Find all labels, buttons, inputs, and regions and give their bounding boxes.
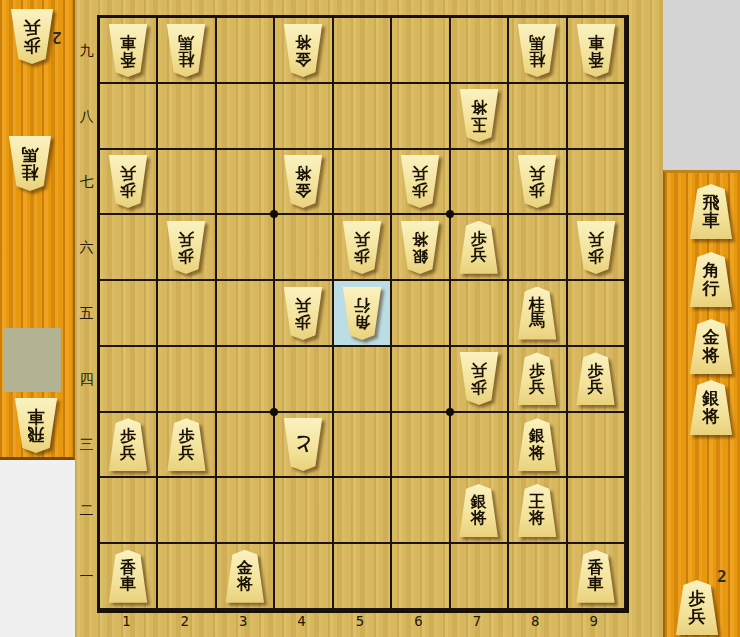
piece-kanji: 歩 — [295, 313, 311, 329]
file-label: 1 — [97, 613, 155, 629]
board-cell[interactable] — [509, 544, 567, 610]
piece-face: 桂馬 — [8, 136, 52, 191]
board-cell[interactable] — [334, 413, 392, 479]
piece-kanji: 飛 — [703, 194, 720, 211]
piece-kanji: 金 — [295, 50, 311, 66]
piece-face: 歩兵 — [166, 221, 206, 274]
board-cell[interactable] — [275, 215, 333, 281]
piece-kanji: 歩 — [471, 379, 487, 395]
board-cell[interactable] — [334, 150, 392, 216]
piece-face: 銀将 — [517, 418, 557, 471]
piece-kanji: 歩 — [412, 182, 428, 198]
file-label: 6 — [389, 613, 447, 629]
file-label: 3 — [214, 613, 272, 629]
board-cell[interactable] — [392, 347, 450, 413]
background-panel-right — [663, 0, 740, 170]
board-cell[interactable] — [392, 281, 450, 347]
file-label: 4 — [272, 613, 330, 629]
piece-kanji: 兵 — [295, 297, 311, 313]
hand-tray-gote: 飛車角行金将銀将歩兵2 — [663, 170, 740, 637]
shogi-piece[interactable]: 飛車 — [689, 184, 733, 239]
shogi-piece[interactable]: 歩兵 — [108, 418, 148, 471]
piece-kanji: 車 — [588, 576, 604, 592]
shogi-grid: 香車桂馬金将桂馬香車玉将歩兵金将歩兵歩兵歩兵歩兵銀将歩兵歩兵歩兵角行桂馬歩兵歩兵… — [97, 15, 629, 613]
piece-kanji: 金 — [703, 329, 720, 346]
board-cell[interactable] — [217, 18, 275, 84]
piece-face: 桂馬 — [166, 24, 206, 77]
piece-kanji: 歩 — [120, 182, 136, 198]
piece-kanji: 桂 — [22, 164, 39, 181]
piece-kanji: 馬 — [529, 34, 545, 50]
piece-face: 香車 — [108, 24, 148, 77]
piece-face: 歩兵 — [459, 352, 499, 405]
board-cell[interactable] — [568, 84, 626, 150]
piece-kanji: 将 — [295, 165, 311, 181]
board-cell[interactable] — [100, 478, 158, 544]
file-label: 8 — [506, 613, 564, 629]
piece-kanji: 兵 — [588, 231, 604, 247]
piece-face: 香車 — [108, 550, 148, 603]
board-cell[interactable] — [451, 150, 509, 216]
board-cell[interactable] — [100, 215, 158, 281]
piece-face: 歩兵 — [517, 352, 557, 405]
piece-kanji: 兵 — [529, 165, 545, 181]
rank-label: 三 — [77, 413, 96, 479]
shogi-piece[interactable]: 桂馬 — [8, 136, 52, 191]
piece-kanji: 桂 — [529, 50, 545, 66]
shogi-piece[interactable]: 金将 — [283, 155, 323, 208]
piece-face: 玉将 — [459, 89, 499, 142]
rank-label: 八 — [77, 84, 96, 150]
piece-kanji: 歩 — [689, 590, 706, 607]
board-cell[interactable] — [217, 413, 275, 479]
piece-face: 桂馬 — [517, 24, 557, 77]
board-cell[interactable] — [158, 84, 216, 150]
board-cell[interactable] — [334, 18, 392, 84]
shogi-piece[interactable]: 金将 — [283, 24, 323, 77]
shogi-piece[interactable]: 歩兵 — [283, 287, 323, 340]
piece-kanji: 将 — [703, 408, 720, 425]
piece-kanji: 行 — [703, 280, 720, 297]
shogi-piece[interactable]: 桂馬 — [166, 24, 206, 77]
shogi-piece[interactable]: 桂馬 — [517, 24, 557, 77]
piece-kanji: 車 — [120, 576, 136, 592]
piece-face: 歩兵 — [166, 418, 206, 471]
board-cell[interactable] — [568, 281, 626, 347]
shogi-piece[interactable]: 金将 — [689, 319, 733, 374]
piece-face: 歩兵 — [10, 9, 54, 64]
piece-kanji: 将 — [529, 510, 545, 526]
piece-face: 金将 — [225, 550, 265, 603]
board-cell[interactable] — [158, 347, 216, 413]
shogi-piece[interactable]: 歩兵 — [459, 221, 499, 274]
shogi-piece[interactable]: 香車 — [108, 24, 148, 77]
board-cell[interactable] — [217, 215, 275, 281]
board-cell[interactable] — [392, 413, 450, 479]
piece-face: 歩兵 — [576, 352, 616, 405]
piece-face: 歩兵 — [342, 221, 382, 274]
rank-label: 六 — [77, 215, 96, 281]
piece-face: と — [283, 418, 323, 471]
piece-kanji: 歩 — [354, 247, 370, 263]
piece-face: 香車 — [576, 24, 616, 77]
rank-label: 七 — [77, 150, 96, 216]
board-cell[interactable] — [217, 347, 275, 413]
piece-face: 香車 — [576, 550, 616, 603]
piece-kanji: 車 — [588, 34, 604, 50]
piece-face: 歩兵 — [576, 221, 616, 274]
shogi-piece[interactable]: 銀将 — [689, 380, 733, 435]
piece-kanji: 銀 — [412, 247, 428, 263]
rank-label: 五 — [77, 281, 96, 347]
piece-kanji: 行 — [354, 297, 370, 313]
board-cell[interactable] — [509, 84, 567, 150]
piece-kanji: 歩 — [24, 37, 41, 54]
shogi-piece[interactable]: 歩兵 — [675, 580, 719, 635]
piece-face: 桂馬 — [517, 287, 557, 340]
shogi-piece[interactable]: 歩兵 — [576, 221, 616, 274]
board-cell[interactable] — [568, 150, 626, 216]
shogi-piece[interactable]: 飛車 — [14, 398, 58, 453]
piece-kanji: 将 — [471, 510, 487, 526]
piece-face: 銀将 — [459, 484, 499, 537]
piece-face: 銀将 — [400, 221, 440, 274]
shogi-board: 九八七六五四三二一 香車桂馬金将桂馬香車玉将歩兵金将歩兵歩兵歩兵歩兵銀将歩兵歩兵… — [75, 0, 663, 637]
board-cell[interactable] — [451, 413, 509, 479]
board-cell[interactable] — [100, 347, 158, 413]
piece-kanji: 桂 — [178, 50, 194, 66]
piece-count-badge: 2 — [717, 567, 727, 586]
piece-kanji: 馬 — [529, 313, 545, 329]
piece-kanji: 歩 — [178, 247, 194, 263]
piece-face: 歩兵 — [108, 418, 148, 471]
piece-face: 歩兵 — [400, 155, 440, 208]
shogi-piece[interactable]: 香車 — [576, 24, 616, 77]
piece-kanji: 馬 — [178, 34, 194, 50]
piece-kanji: 兵 — [120, 445, 136, 461]
piece-kanji: 兵 — [354, 231, 370, 247]
piece-kanji: 玉 — [471, 116, 487, 132]
file-label: 7 — [448, 613, 506, 629]
piece-face: 金将 — [283, 24, 323, 77]
piece-kanji: 将 — [529, 445, 545, 461]
shogi-piece[interactable]: 角行 — [689, 252, 733, 307]
shogi-piece[interactable]: 歩兵 — [459, 352, 499, 405]
rank-label: 九 — [77, 18, 96, 84]
piece-kanji: 角 — [354, 313, 370, 329]
file-label: 5 — [331, 613, 389, 629]
board-cell[interactable] — [217, 150, 275, 216]
shogi-piece[interactable]: 角行 — [342, 287, 382, 340]
board-cell[interactable] — [217, 84, 275, 150]
board-cell[interactable] — [158, 281, 216, 347]
piece-face: 飛車 — [689, 184, 733, 239]
piece-kanji: 将 — [471, 99, 487, 115]
star-point — [270, 408, 278, 416]
rank-labels: 九八七六五四三二一 — [77, 18, 96, 610]
star-point — [446, 408, 454, 416]
piece-kanji: 車 — [703, 212, 720, 229]
piece-kanji: 馬 — [22, 146, 39, 163]
piece-kanji: 銀 — [703, 390, 720, 407]
piece-kanji: 兵 — [412, 165, 428, 181]
board-cell[interactable] — [275, 544, 333, 610]
board-cell[interactable] — [100, 281, 158, 347]
board-cell[interactable] — [275, 84, 333, 150]
piece-kanji: 兵 — [178, 231, 194, 247]
piece-kanji: 兵 — [471, 363, 487, 379]
piece-face: 角行 — [689, 252, 733, 307]
shogi-piece[interactable]: 銀将 — [459, 484, 499, 537]
board-cell[interactable] — [158, 150, 216, 216]
shogi-piece[interactable]: 金将 — [225, 550, 265, 603]
file-label: 2 — [155, 613, 213, 629]
board-cell[interactable] — [392, 84, 450, 150]
piece-kanji: 兵 — [471, 247, 487, 263]
shogi-piece[interactable]: 歩兵 — [166, 221, 206, 274]
board-cell[interactable] — [275, 478, 333, 544]
piece-kanji: 香 — [588, 50, 604, 66]
board-cell[interactable] — [100, 84, 158, 150]
piece-kanji: と — [294, 435, 313, 454]
board-cell[interactable] — [334, 544, 392, 610]
star-point — [270, 210, 278, 218]
hand-tray-sente: 歩兵2桂馬飛車 — [0, 0, 75, 460]
promoted-pawn-piece[interactable]: と — [283, 418, 323, 471]
shogi-piece[interactable]: 歩兵 — [166, 418, 206, 471]
shogi-piece[interactable]: 歩兵 — [400, 155, 440, 208]
piece-kanji: 将 — [412, 231, 428, 247]
piece-kanji: 歩 — [529, 182, 545, 198]
piece-face: 王将 — [517, 484, 557, 537]
shogi-piece[interactable]: 王将 — [517, 484, 557, 537]
piece-kanji: 兵 — [529, 379, 545, 395]
board-cell[interactable] — [158, 544, 216, 610]
board-cell[interactable] — [568, 478, 626, 544]
shogi-piece[interactable]: 歩兵 — [576, 352, 616, 405]
piece-kanji: 兵 — [178, 445, 194, 461]
board-cell[interactable] — [451, 544, 509, 610]
rank-label: 一 — [77, 544, 96, 610]
board-cell[interactable] — [392, 478, 450, 544]
shogi-piece[interactable]: 歩兵 — [10, 9, 54, 64]
file-labels: 123456789 — [97, 613, 629, 629]
piece-kanji: 飛 — [28, 426, 45, 443]
piece-face: 銀将 — [689, 380, 733, 435]
piece-kanji: 兵 — [24, 19, 41, 36]
piece-kanji: 車 — [120, 34, 136, 50]
piece-face: 角行 — [342, 287, 382, 340]
piece-kanji: 歩 — [588, 247, 604, 263]
star-point — [446, 210, 454, 218]
shogi-piece[interactable]: 桂馬 — [517, 287, 557, 340]
shogi-piece[interactable]: 歩兵 — [108, 155, 148, 208]
piece-count-badge: 2 — [52, 28, 62, 47]
piece-face: 歩兵 — [517, 155, 557, 208]
board-cell[interactable] — [275, 347, 333, 413]
board-cell[interactable] — [392, 544, 450, 610]
rank-label: 四 — [77, 347, 96, 413]
selected-hand-slot — [3, 328, 61, 392]
piece-face: 飛車 — [14, 398, 58, 453]
shogi-piece[interactable]: 歩兵 — [517, 155, 557, 208]
board-cell[interactable] — [334, 478, 392, 544]
shogi-piece[interactable]: 歩兵 — [517, 352, 557, 405]
shogi-piece[interactable]: 香車 — [576, 550, 616, 603]
piece-face: 歩兵 — [108, 155, 148, 208]
piece-kanji: 兵 — [588, 379, 604, 395]
piece-kanji: 将 — [703, 347, 720, 364]
file-label: 9 — [565, 613, 623, 629]
board-cell[interactable] — [217, 478, 275, 544]
piece-kanji: 香 — [120, 50, 136, 66]
shogi-piece[interactable]: 銀将 — [517, 418, 557, 471]
piece-kanji: 将 — [295, 34, 311, 50]
piece-kanji: 車 — [28, 408, 45, 425]
board-cell[interactable] — [334, 84, 392, 150]
piece-face: 歩兵 — [283, 287, 323, 340]
shogi-piece[interactable]: 歩兵 — [342, 221, 382, 274]
board-cell[interactable] — [451, 281, 509, 347]
piece-face: 歩兵 — [459, 221, 499, 274]
piece-face: 歩兵 — [675, 580, 719, 635]
board-cell[interactable] — [158, 478, 216, 544]
board-cell[interactable] — [568, 413, 626, 479]
piece-kanji: 兵 — [689, 608, 706, 625]
piece-kanji: 金 — [295, 182, 311, 198]
board-cell[interactable] — [392, 18, 450, 84]
board-cell[interactable] — [451, 18, 509, 84]
shogi-piece[interactable]: 香車 — [108, 550, 148, 603]
piece-face: 金将 — [689, 319, 733, 374]
shogi-piece[interactable]: 銀将 — [400, 221, 440, 274]
piece-face: 金将 — [283, 155, 323, 208]
board-cell[interactable] — [217, 281, 275, 347]
piece-kanji: 角 — [703, 262, 720, 279]
piece-kanji: 将 — [237, 576, 253, 592]
board-cell[interactable] — [509, 215, 567, 281]
piece-kanji: 兵 — [120, 165, 136, 181]
rank-label: 二 — [77, 478, 96, 544]
shogi-piece[interactable]: 玉将 — [459, 89, 499, 142]
board-cell[interactable] — [334, 347, 392, 413]
